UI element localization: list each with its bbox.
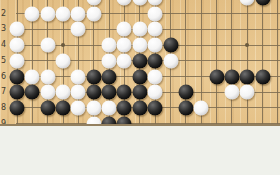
white-stone[interactable] bbox=[25, 69, 40, 84]
black-stone[interactable] bbox=[132, 85, 147, 100]
white-stone[interactable] bbox=[86, 0, 101, 6]
black-stone[interactable] bbox=[86, 69, 101, 84]
board-grid-line bbox=[16, 123, 280, 124]
white-stone[interactable] bbox=[71, 85, 86, 100]
black-stone[interactable] bbox=[102, 69, 117, 84]
white-stone[interactable] bbox=[194, 100, 209, 115]
black-stone[interactable] bbox=[255, 69, 270, 84]
black-stone[interactable] bbox=[117, 100, 132, 115]
white-stone[interactable] bbox=[86, 116, 101, 126]
white-stone[interactable] bbox=[132, 22, 147, 37]
white-stone[interactable] bbox=[71, 22, 86, 37]
white-stone[interactable] bbox=[240, 0, 255, 6]
white-stone[interactable] bbox=[86, 6, 101, 21]
white-stone[interactable] bbox=[148, 69, 163, 84]
white-stone[interactable] bbox=[40, 85, 55, 100]
black-stone[interactable] bbox=[148, 53, 163, 68]
white-stone[interactable] bbox=[40, 38, 55, 53]
black-stone[interactable] bbox=[163, 38, 178, 53]
white-stone[interactable] bbox=[117, 22, 132, 37]
row-label: 4 bbox=[1, 41, 6, 49]
white-stone[interactable] bbox=[56, 53, 71, 68]
white-stone[interactable] bbox=[86, 100, 101, 115]
white-stone[interactable] bbox=[148, 6, 163, 21]
white-stone[interactable] bbox=[117, 38, 132, 53]
black-stone[interactable] bbox=[178, 100, 193, 115]
board-grid-line bbox=[216, 0, 217, 124]
black-stone[interactable] bbox=[56, 100, 71, 115]
row-label: 8 bbox=[1, 104, 6, 112]
white-stone[interactable] bbox=[132, 0, 147, 6]
row-label: 5 bbox=[1, 57, 6, 65]
row-label: 1 bbox=[1, 0, 6, 2]
white-stone[interactable] bbox=[148, 38, 163, 53]
go-board[interactable]: 123456789 bbox=[0, 0, 280, 126]
white-stone[interactable] bbox=[10, 53, 25, 68]
white-stone[interactable] bbox=[40, 6, 55, 21]
white-stone[interactable] bbox=[40, 69, 55, 84]
white-stone[interactable] bbox=[117, 53, 132, 68]
black-stone[interactable] bbox=[132, 100, 147, 115]
row-label: 3 bbox=[1, 25, 6, 33]
row-label: 7 bbox=[1, 88, 6, 96]
white-stone[interactable] bbox=[25, 6, 40, 21]
white-stone[interactable] bbox=[10, 22, 25, 37]
black-stone[interactable] bbox=[86, 85, 101, 100]
black-stone[interactable] bbox=[102, 116, 117, 126]
white-stone[interactable] bbox=[117, 0, 132, 6]
black-stone[interactable] bbox=[102, 85, 117, 100]
hoshi-point bbox=[245, 43, 249, 47]
white-stone[interactable] bbox=[71, 69, 86, 84]
white-stone[interactable] bbox=[148, 22, 163, 37]
black-stone[interactable] bbox=[132, 69, 147, 84]
white-stone[interactable] bbox=[56, 6, 71, 21]
white-stone[interactable] bbox=[10, 38, 25, 53]
black-stone[interactable] bbox=[240, 69, 255, 84]
black-stone[interactable] bbox=[148, 100, 163, 115]
board-grid-line bbox=[277, 0, 278, 124]
board-grid-line bbox=[262, 0, 263, 124]
white-stone[interactable] bbox=[71, 6, 86, 21]
hoshi-point bbox=[61, 43, 65, 47]
page-background bbox=[0, 126, 280, 175]
black-stone[interactable] bbox=[117, 116, 132, 126]
white-stone[interactable] bbox=[56, 85, 71, 100]
white-stone[interactable] bbox=[71, 100, 86, 115]
black-stone[interactable] bbox=[10, 69, 25, 84]
black-stone[interactable] bbox=[209, 69, 224, 84]
white-stone[interactable] bbox=[102, 53, 117, 68]
white-stone[interactable] bbox=[148, 85, 163, 100]
black-stone[interactable] bbox=[117, 85, 132, 100]
black-stone[interactable] bbox=[178, 85, 193, 100]
white-stone[interactable] bbox=[148, 0, 163, 6]
black-stone[interactable] bbox=[224, 69, 239, 84]
black-stone[interactable] bbox=[25, 85, 40, 100]
black-stone[interactable] bbox=[10, 100, 25, 115]
white-stone[interactable] bbox=[132, 38, 147, 53]
white-stone[interactable] bbox=[240, 85, 255, 100]
row-label: 2 bbox=[1, 10, 6, 18]
white-stone[interactable] bbox=[224, 85, 239, 100]
black-stone[interactable] bbox=[132, 53, 147, 68]
white-stone[interactable] bbox=[102, 38, 117, 53]
black-stone[interactable] bbox=[40, 100, 55, 115]
board-grid-line bbox=[247, 0, 248, 124]
board-grid-line bbox=[231, 0, 232, 124]
white-stone[interactable] bbox=[163, 53, 178, 68]
black-stone[interactable] bbox=[255, 0, 270, 6]
row-label: 6 bbox=[1, 73, 6, 81]
black-stone[interactable] bbox=[10, 85, 25, 100]
white-stone[interactable] bbox=[102, 100, 117, 115]
